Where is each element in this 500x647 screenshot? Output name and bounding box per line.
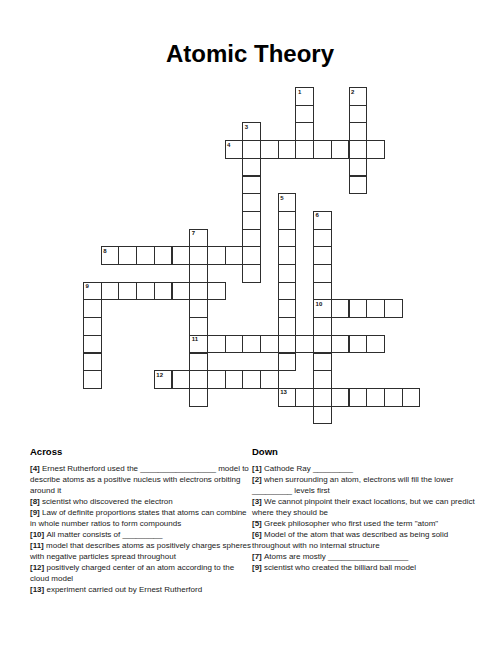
grid-cell-r16c9[interactable]: [242, 370, 261, 389]
grid-cell-r10c6[interactable]: [189, 264, 208, 283]
grid-cell-r11c0[interactable]: 9: [83, 282, 102, 301]
grid-cell-r4c15[interactable]: [349, 158, 368, 177]
grid-cell-r13c11[interactable]: [278, 317, 297, 336]
grid-cell-r10c11[interactable]: [278, 264, 297, 283]
crossword-page: Atomic Theory 12345678910111213 Across […: [0, 0, 500, 647]
grid-cell-r14c14[interactable]: [331, 335, 350, 354]
clue-number-label: [7]: [252, 552, 264, 561]
grid-cell-r16c5[interactable]: [172, 370, 191, 389]
grid-cell-r14c11[interactable]: [278, 335, 297, 354]
grid-cell-r3c15[interactable]: [349, 140, 368, 159]
down-clues-section: Down [1] Cathode Ray _________[2] when s…: [252, 446, 478, 573]
grid-cell-r5c15[interactable]: [349, 176, 368, 195]
clue-number-2: 2: [351, 89, 354, 95]
clue-across-10: [10] All matter consists of _________: [30, 529, 252, 540]
grid-cell-r16c7[interactable]: [207, 370, 226, 389]
grid-cell-r3c13[interactable]: [313, 140, 332, 159]
grid-cell-r4c9[interactable]: [242, 158, 261, 177]
grid-cell-r16c6[interactable]: [189, 370, 208, 389]
clue-number-label: [12]: [30, 563, 46, 572]
grid-cell-r9c3[interactable]: [136, 246, 155, 265]
grid-cell-r3c14[interactable]: [331, 140, 350, 159]
grid-cell-r9c1[interactable]: 8: [101, 246, 120, 265]
grid-cell-r15c11[interactable]: [278, 353, 297, 372]
grid-cell-r7c13[interactable]: 6: [313, 211, 332, 230]
grid-cell-r3c12[interactable]: [295, 140, 314, 159]
grid-cell-r13c6[interactable]: [189, 317, 208, 336]
grid-cell-r9c5[interactable]: [172, 246, 191, 265]
clue-down-9: [9] scientist who created the billiard b…: [252, 562, 478, 573]
grid-cell-r1c12[interactable]: [295, 105, 314, 124]
grid-cell-r13c0[interactable]: [83, 317, 102, 336]
grid-cell-r3c8[interactable]: 4: [225, 140, 244, 159]
grid-cell-r17c14[interactable]: [331, 388, 350, 407]
grid-cell-r3c10[interactable]: [260, 140, 279, 159]
down-header: Down: [252, 446, 478, 457]
grid-cell-r3c16[interactable]: [366, 140, 385, 159]
across-clue-list: [4] Ernest Rutherford used the _________…: [30, 463, 252, 595]
grid-cell-r7c9[interactable]: [242, 211, 261, 230]
grid-cell-r2c12[interactable]: [295, 122, 314, 141]
clue-number-11: 11: [192, 336, 198, 342]
grid-cell-r9c8[interactable]: [225, 246, 244, 265]
clue-number-6: 6: [316, 212, 319, 218]
grid-cell-r8c11[interactable]: [278, 229, 297, 248]
grid-cell-r9c6[interactable]: [189, 246, 208, 265]
clue-number-4: 4: [227, 142, 230, 148]
grid-cell-r0c15[interactable]: 2: [349, 87, 368, 106]
clue-number-label: [4]: [30, 464, 42, 473]
clue-number-label: [10]: [30, 530, 46, 539]
grid-cell-r17c11[interactable]: 13: [278, 388, 297, 407]
grid-cell-r7c11[interactable]: [278, 211, 297, 230]
grid-cell-r8c6[interactable]: 7: [189, 229, 208, 248]
grid-cell-r12c14[interactable]: [331, 299, 350, 318]
clue-number-7: 7: [192, 230, 195, 236]
grid-cell-r5c9[interactable]: [242, 176, 261, 195]
clue-across-11: [11] model that describes atoms as posit…: [30, 540, 252, 562]
grid-cell-r14c8[interactable]: [225, 335, 244, 354]
clue-number-10: 10: [316, 301, 323, 307]
clue-down-3: [3] We cannot pinpoint their exact locat…: [252, 496, 478, 518]
grid-cell-r15c13[interactable]: [313, 353, 332, 372]
grid-cell-r11c1[interactable]: [101, 282, 120, 301]
grid-cell-r11c2[interactable]: [118, 282, 137, 301]
clue-across-4: [4] Ernest Rutherford used the _________…: [30, 463, 252, 496]
grid-cell-r16c10[interactable]: [260, 370, 279, 389]
grid-cell-r12c17[interactable]: [384, 299, 403, 318]
grid-cell-r16c13[interactable]: [313, 370, 332, 389]
clue-number-label: [3]: [252, 497, 264, 506]
grid-cell-r12c6[interactable]: [189, 299, 208, 318]
grid-cell-r17c18[interactable]: [402, 388, 421, 407]
grid-cell-r11c3[interactable]: [136, 282, 155, 301]
clue-number-label: [2]: [252, 475, 264, 484]
across-header: Across: [30, 446, 252, 457]
puzzle-title: Atomic Theory: [0, 40, 500, 68]
grid-cell-r15c0[interactable]: [83, 353, 102, 372]
grid-cell-r11c11[interactable]: [278, 282, 297, 301]
grid-cell-r17c13[interactable]: [313, 388, 332, 407]
grid-cell-r9c9[interactable]: [242, 246, 261, 265]
clue-number-label: [13]: [30, 585, 46, 594]
clue-down-7: [7] Atoms are mostly __________________: [252, 551, 478, 562]
clue-number-3: 3: [245, 124, 248, 130]
grid-cell-r14c6[interactable]: 11: [189, 335, 208, 354]
clue-number-label: [11]: [30, 541, 46, 550]
clue-number-5: 5: [280, 195, 283, 201]
grid-cell-r14c7[interactable]: [207, 335, 226, 354]
grid-cell-r14c0[interactable]: [83, 335, 102, 354]
clue-number-9: 9: [86, 283, 89, 289]
clue-across-13: [13] experiment carried out by Ernest Ru…: [30, 584, 252, 595]
grid-cell-r9c7[interactable]: [207, 246, 226, 265]
grid-cell-r9c4[interactable]: [154, 246, 173, 265]
grid-cell-r9c11[interactable]: [278, 246, 297, 265]
grid-cell-r14c9[interactable]: [242, 335, 261, 354]
clue-number-label: [6]: [252, 530, 264, 539]
grid-cell-r15c6[interactable]: [189, 353, 208, 372]
grid-cell-r16c4[interactable]: 12: [154, 370, 173, 389]
grid-cell-r12c16[interactable]: [366, 299, 385, 318]
grid-cell-r11c5[interactable]: [172, 282, 191, 301]
grid-cell-r14c16[interactable]: [366, 335, 385, 354]
grid-cell-r6c9[interactable]: [242, 193, 261, 212]
grid-cell-r12c11[interactable]: [278, 299, 297, 318]
grid-cell-r3c11[interactable]: [278, 140, 297, 159]
grid-cell-r17c15[interactable]: [349, 388, 368, 407]
grid-cell-r0c12[interactable]: 1: [295, 87, 314, 106]
clue-down-5: [5] Greek philosopher who first used the…: [252, 518, 478, 529]
grid-cell-r11c13[interactable]: [313, 282, 332, 301]
grid-cell-r10c13[interactable]: [313, 264, 332, 283]
down-clue-list: [1] Cathode Ray _________[2] when surrou…: [252, 463, 478, 573]
clue-down-2: [2] when surrounding an atom, electrons …: [252, 474, 478, 496]
grid-cell-r1c15[interactable]: [349, 105, 368, 124]
grid-cell-r6c11[interactable]: 5: [278, 193, 297, 212]
clue-across-8: [8] scientist who discovered the electro…: [30, 496, 252, 507]
grid-cell-r12c15[interactable]: [349, 299, 368, 318]
grid-cell-r2c9[interactable]: 3: [242, 122, 261, 141]
grid-cell-r2c15[interactable]: [349, 122, 368, 141]
grid-cell-r13c13[interactable]: [313, 317, 332, 336]
clue-number-label: [9]: [30, 508, 42, 517]
grid-cell-r17c6[interactable]: [189, 388, 208, 407]
grid-cell-r11c7[interactable]: [207, 282, 226, 301]
grid-cell-r8c9[interactable]: [242, 229, 261, 248]
clue-number-label: [5]: [252, 519, 264, 528]
grid-cell-r11c6[interactable]: [189, 282, 208, 301]
clue-across-12: [12] positively charged center of an ato…: [30, 562, 252, 584]
grid-cell-r10c9[interactable]: [242, 264, 261, 283]
clue-number-label: [8]: [30, 497, 42, 506]
clue-number-label: [1]: [252, 464, 264, 473]
grid-cell-r12c0[interactable]: [83, 299, 102, 318]
grid-cell-r17c16[interactable]: [366, 388, 385, 407]
grid-cell-r18c13[interactable]: [313, 406, 332, 425]
clue-number-label: [9]: [252, 563, 264, 572]
grid-cell-r9c13[interactable]: [313, 246, 332, 265]
grid-cell-r14c12[interactable]: [295, 335, 314, 354]
grid-cell-r14c10[interactable]: [260, 335, 279, 354]
grid-cell-r16c8[interactable]: [225, 370, 244, 389]
across-clues-section: Across [4] Ernest Rutherford used the __…: [30, 446, 252, 595]
grid-cell-r14c13[interactable]: [313, 335, 332, 354]
clue-number-8: 8: [103, 248, 106, 254]
clue-number-13: 13: [280, 389, 287, 395]
clue-number-12: 12: [156, 372, 163, 378]
grid-cell-r11c4[interactable]: [154, 282, 173, 301]
clue-down-1: [1] Cathode Ray _________: [252, 463, 478, 474]
grid-cell-r9c2[interactable]: [118, 246, 137, 265]
grid-cell-r16c0[interactable]: [83, 370, 102, 389]
grid-cell-r17c12[interactable]: [295, 388, 314, 407]
clue-across-9: [9] Law of definite proportions states t…: [30, 507, 252, 529]
grid-cell-r8c13[interactable]: [313, 229, 332, 248]
clue-down-6: [6] Model of the atom that was described…: [252, 529, 478, 551]
grid-cell-r3c9[interactable]: [242, 140, 261, 159]
grid-cell-r14c15[interactable]: [349, 335, 368, 354]
grid-cell-r17c17[interactable]: [384, 388, 403, 407]
clue-number-1: 1: [298, 89, 301, 95]
grid-cell-r12c13[interactable]: 10: [313, 299, 332, 318]
